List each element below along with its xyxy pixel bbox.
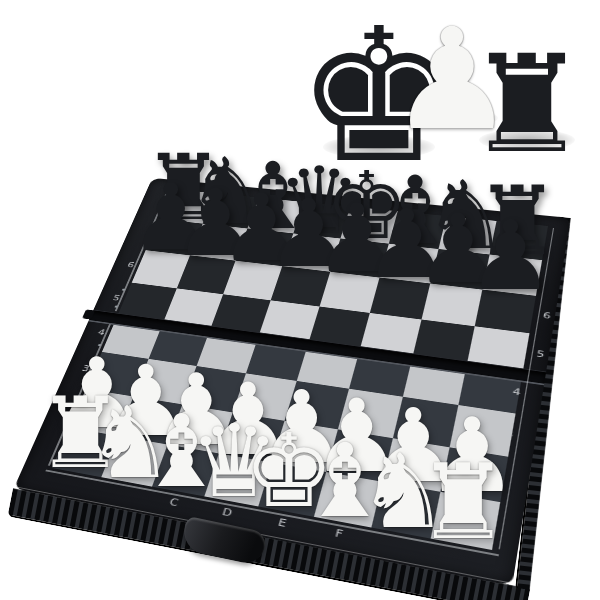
board-plane: CDEF34563456 bbox=[52, 189, 548, 550]
square-f8 bbox=[389, 211, 447, 249]
file-label-d: D bbox=[218, 506, 236, 519]
rank-label-right-5: 5 bbox=[533, 349, 548, 359]
black-rook-glyph: ♜ bbox=[466, 37, 587, 172]
square-g8 bbox=[439, 216, 497, 254]
rank-label-right-3: 3 bbox=[502, 428, 518, 440]
rank-label-right-4: 4 bbox=[509, 387, 524, 398]
square-f7 bbox=[380, 244, 439, 284]
square-h8 bbox=[490, 221, 548, 260]
rank-label-right-6: 6 bbox=[540, 311, 555, 321]
square-g7 bbox=[430, 249, 489, 290]
file-label-e: E bbox=[273, 517, 292, 530]
product-photo-scene: ♚ ♟ ♜ CDEF34563456 ♜♞♝♛♚♝♞♜♟♟♟♟♟♟♟♟♟♟♟♟♟… bbox=[0, 0, 600, 600]
